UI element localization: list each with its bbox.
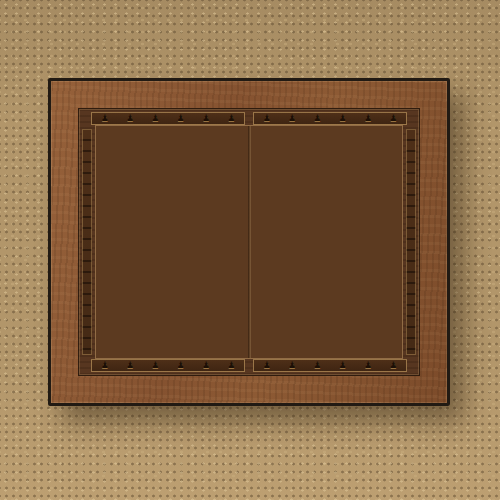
decor-piece-symbol: ♟ — [364, 114, 372, 123]
decor-strip-left — [82, 129, 92, 355]
decor-piece-symbol: ♟ — [263, 114, 271, 123]
center-seam — [248, 126, 251, 358]
playing-area — [95, 125, 403, 359]
decor-piece-symbol: ♟ — [177, 361, 185, 370]
decor-piece-symbol: ♟ — [288, 361, 296, 370]
decor-piece-symbol: ♟ — [177, 114, 185, 123]
decor-piece-symbol: ♟ — [263, 361, 271, 370]
decor-piece-symbol: ♟ — [339, 361, 347, 370]
decor-strip-top: ♟♟♟♟♟♟ ♟♟♟♟♟♟ — [91, 112, 407, 125]
decor-strip-right — [406, 129, 416, 355]
decor-piece-symbol: ♟ — [126, 114, 134, 123]
decor-piece-symbol: ♟ — [339, 114, 347, 123]
decor-piece-symbol: ♟ — [227, 361, 235, 370]
decor-piece-symbol: ♟ — [288, 114, 296, 123]
decor-piece-symbol: ♟ — [313, 361, 321, 370]
decor-piece-symbol: ♟ — [313, 114, 321, 123]
decor-piece-symbol: ♟ — [126, 361, 134, 370]
board-inner-border: ♟♟♟♟♟♟ ♟♟♟♟♟♟ ♟♟♟♟♟♟ ♟♟♟♟♟♟ — [78, 108, 420, 376]
decor-piece-symbol: ♟ — [389, 114, 397, 123]
decor-piece-symbol: ♟ — [202, 361, 210, 370]
decor-piece-symbol: ♟ — [227, 114, 235, 123]
scene: ♟♟♟♟♟♟ ♟♟♟♟♟♟ ♟♟♟♟♟♟ ♟♟♟♟♟♟ — [0, 0, 500, 500]
decor-panel-bottom-left: ♟♟♟♟♟♟ — [91, 359, 245, 372]
decor-piece-symbol: ♟ — [364, 361, 372, 370]
decor-piece-symbol: ♟ — [151, 114, 159, 123]
decor-piece-symbol: ♟ — [202, 114, 210, 123]
decor-piece-symbol: ♟ — [101, 114, 109, 123]
decor-piece-symbol: ♟ — [389, 361, 397, 370]
decor-panel-bottom-right: ♟♟♟♟♟♟ — [253, 359, 407, 372]
decor-panel-top-right: ♟♟♟♟♟♟ — [253, 112, 407, 125]
decor-panel-top-left: ♟♟♟♟♟♟ — [91, 112, 245, 125]
decor-strip-bottom: ♟♟♟♟♟♟ ♟♟♟♟♟♟ — [91, 359, 407, 372]
decor-piece-symbol: ♟ — [101, 361, 109, 370]
decor-piece-symbol: ♟ — [151, 361, 159, 370]
chess-board: ♟♟♟♟♟♟ ♟♟♟♟♟♟ ♟♟♟♟♟♟ ♟♟♟♟♟♟ — [48, 78, 450, 406]
